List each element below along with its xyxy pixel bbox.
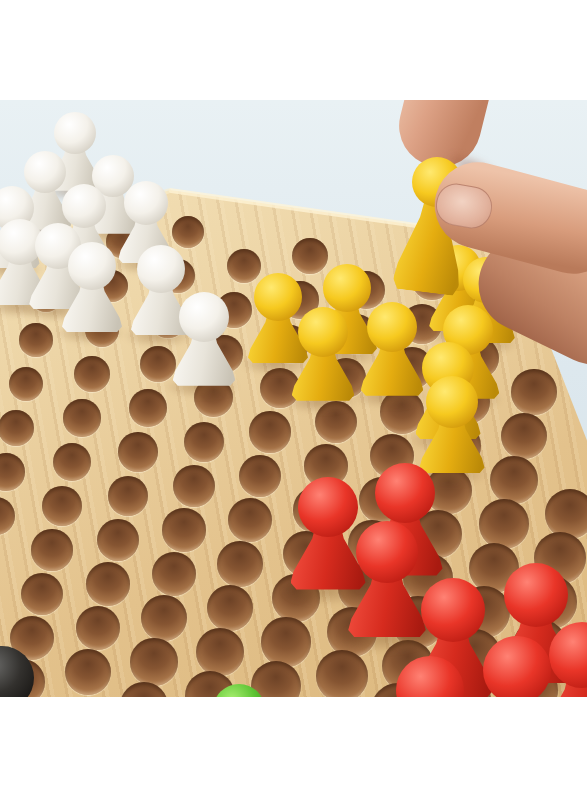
board-hole[interactable]: [19, 323, 52, 356]
green-peg[interactable]: [200, 684, 278, 697]
peg-head: [0, 646, 34, 697]
board-hole[interactable]: [316, 650, 368, 697]
board-hole[interactable]: [31, 529, 72, 570]
black-peg[interactable]: [0, 646, 50, 697]
board-hole[interactable]: [511, 369, 556, 414]
peg-head: [375, 463, 435, 523]
board-hole[interactable]: [184, 422, 224, 462]
white-peg[interactable]: [56, 242, 128, 338]
peg-head: [396, 656, 464, 697]
board-hole[interactable]: [65, 649, 111, 695]
board-hole[interactable]: [228, 498, 272, 542]
bottom-white-band: [0, 697, 587, 800]
board-hole[interactable]: [217, 541, 263, 587]
top-white-band: [0, 0, 587, 100]
board-hole[interactable]: [173, 465, 215, 507]
board-hole[interactable]: [249, 411, 290, 452]
board-hole[interactable]: [196, 628, 244, 676]
peg-head: [137, 245, 185, 293]
page: [0, 0, 587, 800]
board-hole[interactable]: [162, 508, 205, 551]
board-hole[interactable]: [86, 562, 130, 606]
peg-head: [124, 181, 168, 225]
board-hole[interactable]: [261, 617, 310, 666]
board-hole[interactable]: [490, 456, 538, 504]
peg-head: [54, 112, 96, 154]
peg-head: [68, 242, 116, 290]
red-peg[interactable]: [466, 636, 568, 697]
red-peg[interactable]: [379, 656, 481, 697]
board-hole[interactable]: [118, 432, 157, 471]
peg-head: [421, 578, 485, 642]
peg-head: [504, 563, 568, 627]
board-hole[interactable]: [141, 595, 187, 641]
white-peg[interactable]: [167, 292, 242, 392]
peg-head: [483, 636, 551, 697]
peg-head: [213, 684, 265, 697]
board-hole[interactable]: [74, 356, 110, 392]
board-hole[interactable]: [479, 499, 528, 548]
yellow-peg[interactable]: [286, 307, 361, 407]
board-hole[interactable]: [129, 389, 167, 427]
board-hole[interactable]: [97, 519, 139, 561]
board-hole[interactable]: [130, 638, 177, 685]
peg-head: [62, 184, 106, 228]
peg-head: [356, 521, 418, 583]
peg-head: [179, 292, 229, 342]
peg-head: [298, 307, 348, 357]
board-hole[interactable]: [42, 486, 82, 526]
photo-background: [0, 100, 587, 697]
board-hole[interactable]: [63, 399, 100, 436]
peg-head: [426, 376, 478, 428]
